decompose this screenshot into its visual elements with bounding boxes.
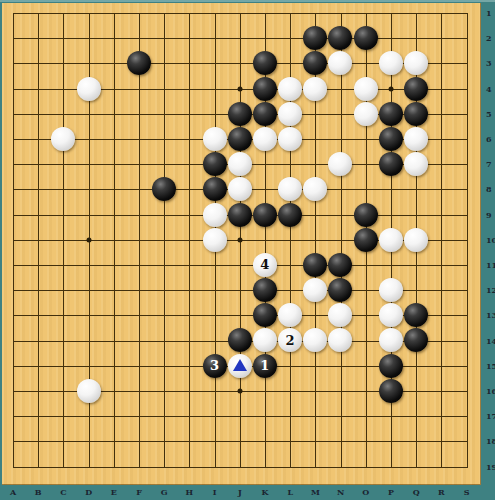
white-stone[interactable] — [228, 152, 252, 176]
black-stone[interactable] — [379, 152, 403, 176]
white-stone[interactable] — [203, 228, 227, 252]
white-stone[interactable] — [51, 127, 75, 151]
black-stone[interactable] — [303, 26, 327, 50]
white-stone[interactable] — [354, 77, 378, 101]
black-stone-move-3[interactable]: 3 — [203, 354, 227, 378]
white-stone-move-4[interactable]: 4 — [253, 253, 277, 277]
black-stone[interactable] — [203, 152, 227, 176]
white-stone[interactable] — [328, 152, 352, 176]
black-stone[interactable] — [379, 354, 403, 378]
white-stone[interactable] — [253, 127, 277, 151]
row-label-1: 1 — [486, 8, 495, 18]
black-stone[interactable] — [253, 203, 277, 227]
row-label-2: 2 — [486, 33, 495, 43]
row-label-12: 12 — [486, 285, 495, 295]
black-stone[interactable] — [253, 102, 277, 126]
black-stone[interactable] — [228, 328, 252, 352]
black-stone[interactable] — [127, 51, 151, 75]
column-label-A: A — [10, 487, 16, 498]
white-stone[interactable] — [328, 51, 352, 75]
black-stone[interactable] — [303, 51, 327, 75]
go-board[interactable]: 4231 — [2, 3, 481, 485]
row-label-15: 15 — [486, 361, 495, 371]
column-label-P: P — [388, 487, 394, 498]
row-label-6: 6 — [486, 134, 495, 144]
black-stone[interactable] — [228, 102, 252, 126]
black-stone[interactable] — [228, 203, 252, 227]
white-stone[interactable] — [354, 102, 378, 126]
white-stone[interactable] — [253, 328, 277, 352]
black-stone[interactable] — [203, 177, 227, 201]
white-stone-triangle-marked[interactable] — [228, 354, 252, 378]
white-stone[interactable] — [303, 328, 327, 352]
black-stone[interactable] — [354, 26, 378, 50]
column-label-Q: Q — [413, 487, 420, 498]
column-label-H: H — [186, 487, 194, 498]
black-stone[interactable] — [328, 26, 352, 50]
white-stone[interactable] — [203, 127, 227, 151]
black-stone[interactable] — [303, 253, 327, 277]
white-stone[interactable] — [303, 77, 327, 101]
row-label-9: 9 — [486, 210, 495, 220]
white-stone[interactable] — [278, 102, 302, 126]
column-label-L: L — [287, 487, 293, 498]
black-stone[interactable] — [404, 102, 428, 126]
black-stone[interactable] — [278, 203, 302, 227]
white-stone[interactable] — [77, 379, 101, 403]
column-label-B: B — [35, 487, 42, 498]
row-label-18: 18 — [486, 436, 495, 446]
white-stone[interactable] — [228, 177, 252, 201]
row-label-5: 5 — [486, 109, 495, 119]
white-stone[interactable] — [278, 127, 302, 151]
white-stone[interactable] — [303, 278, 327, 302]
white-stone[interactable] — [278, 77, 302, 101]
column-label-E: E — [111, 487, 117, 498]
column-label-C: C — [60, 487, 66, 498]
column-label-O: O — [362, 487, 369, 498]
white-stone-move-2[interactable]: 2 — [278, 328, 302, 352]
go-diagram: 4231 ABCDEFGHIJKLMNOPQRS 123456789101112… — [0, 0, 495, 500]
white-stone[interactable] — [328, 328, 352, 352]
column-label-G: G — [161, 487, 168, 498]
row-label-14: 14 — [486, 336, 495, 346]
column-label-F: F — [136, 487, 142, 498]
black-stone-move-1[interactable]: 1 — [253, 354, 277, 378]
column-label-J: J — [238, 487, 242, 498]
white-stone[interactable] — [278, 177, 302, 201]
white-stone[interactable] — [303, 177, 327, 201]
black-stone[interactable] — [328, 278, 352, 302]
white-stone[interactable] — [278, 303, 302, 327]
white-stone[interactable] — [203, 203, 227, 227]
row-label-19: 19 — [486, 462, 495, 472]
row-label-3: 3 — [486, 58, 495, 68]
white-stone[interactable] — [404, 127, 428, 151]
row-label-11: 11 — [486, 260, 495, 270]
black-stone[interactable] — [379, 127, 403, 151]
black-stone[interactable] — [328, 253, 352, 277]
black-stone[interactable] — [152, 177, 176, 201]
row-label-4: 4 — [486, 84, 495, 94]
row-label-17: 17 — [486, 411, 495, 421]
row-label-13: 13 — [486, 310, 495, 320]
black-stone[interactable] — [253, 77, 277, 101]
column-label-N: N — [337, 487, 344, 498]
white-stone[interactable] — [77, 77, 101, 101]
white-stone[interactable] — [379, 328, 403, 352]
white-stone[interactable] — [404, 51, 428, 75]
black-stone[interactable] — [404, 303, 428, 327]
white-stone[interactable] — [404, 152, 428, 176]
black-stone[interactable] — [354, 228, 378, 252]
black-stone[interactable] — [253, 303, 277, 327]
black-stone[interactable] — [379, 102, 403, 126]
white-stone[interactable] — [328, 303, 352, 327]
black-stone[interactable] — [404, 77, 428, 101]
row-label-7: 7 — [486, 159, 495, 169]
black-stone[interactable] — [228, 127, 252, 151]
black-stone[interactable] — [253, 51, 277, 75]
column-label-M: M — [311, 487, 320, 498]
column-label-R: R — [438, 487, 445, 498]
column-label-I: I — [213, 487, 217, 498]
column-label-D: D — [85, 487, 92, 498]
row-label-10: 10 — [486, 235, 495, 245]
white-stone[interactable] — [379, 278, 403, 302]
row-label-16: 16 — [486, 386, 495, 396]
black-stone[interactable] — [253, 278, 277, 302]
column-label-K: K — [262, 487, 269, 498]
white-stone[interactable] — [379, 51, 403, 75]
row-label-8: 8 — [486, 184, 495, 194]
black-stone[interactable] — [379, 379, 403, 403]
white-stone[interactable] — [404, 228, 428, 252]
triangle-marker-icon — [233, 359, 247, 371]
black-stone[interactable] — [404, 328, 428, 352]
white-stone[interactable] — [379, 228, 403, 252]
black-stone[interactable] — [354, 203, 378, 227]
white-stone[interactable] — [379, 303, 403, 327]
column-label-S: S — [464, 487, 470, 498]
board-cells: 4231 — [0, 0, 479, 479]
